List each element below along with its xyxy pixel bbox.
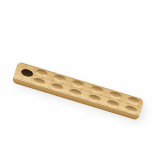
pit[interactable]	[90, 85, 103, 94]
pit[interactable]	[51, 82, 64, 91]
pit[interactable]	[106, 99, 119, 108]
pit[interactable]	[53, 74, 66, 83]
pit[interactable]	[88, 93, 101, 102]
pit[interactable]	[32, 76, 45, 85]
pit[interactable]	[125, 104, 138, 113]
pit[interactable]	[72, 79, 85, 88]
pit[interactable]	[127, 96, 140, 105]
pit[interactable]	[109, 91, 122, 100]
pit[interactable]	[69, 88, 82, 97]
product-scene	[0, 0, 160, 160]
pit[interactable]	[35, 68, 48, 77]
